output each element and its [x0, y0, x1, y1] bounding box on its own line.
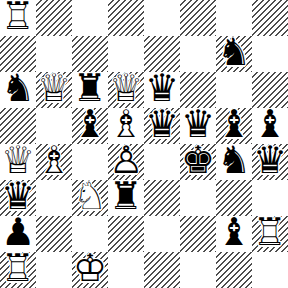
white-bishop-glyph: ♗ — [37, 141, 71, 179]
piece-white-queen: ♛♕ — [36, 72, 72, 108]
square-d5[interactable]: ♝♗ — [108, 108, 144, 144]
white-rook-glyph: ♖ — [1, 0, 35, 35]
piece-black-knight: ♞♞ — [0, 72, 36, 108]
piece-black-queen: ♛♛ — [180, 108, 216, 144]
square-f4[interactable]: ♚♚ — [180, 144, 216, 180]
square-e5[interactable]: ♛♛ — [144, 108, 180, 144]
black-knight-glyph: ♞ — [1, 69, 35, 107]
square-g1[interactable] — [216, 252, 252, 288]
chess-board: ♜♖♞♞♞♞♛♕♜♜♛♕♛♛♝♝♝♗♛♛♛♛♝♝♝♝♛♕♝♗♟♙♚♚♞♞♛♛♛♛… — [0, 0, 288, 288]
square-b3[interactable] — [36, 180, 72, 216]
white-queen-halo: ♛ — [37, 69, 71, 107]
black-bishop-glyph: ♝ — [73, 105, 107, 143]
square-d1[interactable] — [108, 252, 144, 288]
square-c1[interactable]: ♚♔ — [72, 252, 108, 288]
square-a5[interactable] — [0, 108, 36, 144]
piece-black-knight: ♞♞ — [216, 36, 252, 72]
black-bishop-halo: ♝ — [73, 105, 107, 143]
black-queen-halo: ♛ — [1, 177, 35, 215]
white-rook-halo: ♜ — [253, 213, 287, 251]
black-bishop-glyph: ♝ — [217, 213, 251, 251]
piece-white-queen: ♛♕ — [108, 72, 144, 108]
square-g8[interactable] — [216, 0, 252, 36]
white-bishop-glyph: ♗ — [109, 105, 143, 143]
piece-white-rook: ♜♖ — [0, 252, 36, 288]
square-c2[interactable] — [72, 216, 108, 252]
square-h5[interactable]: ♝♝ — [252, 108, 288, 144]
black-queen-glyph: ♛ — [1, 177, 35, 215]
square-a2[interactable]: ♟♟ — [0, 216, 36, 252]
white-knight-glyph: ♘ — [73, 177, 107, 215]
piece-black-bishop: ♝♝ — [252, 108, 288, 144]
white-pawn-halo: ♟ — [109, 141, 143, 179]
square-e8[interactable] — [144, 0, 180, 36]
piece-black-bishop: ♝♝ — [72, 108, 108, 144]
piece-black-queen: ♛♛ — [144, 108, 180, 144]
black-knight-glyph: ♞ — [217, 33, 251, 71]
square-f2[interactable] — [180, 216, 216, 252]
black-rook-glyph: ♜ — [109, 177, 143, 215]
square-c7[interactable] — [72, 36, 108, 72]
square-g5[interactable]: ♝♝ — [216, 108, 252, 144]
square-e3[interactable] — [144, 180, 180, 216]
piece-black-king: ♚♚ — [180, 144, 216, 180]
black-queen-glyph: ♛ — [145, 105, 179, 143]
square-c5[interactable]: ♝♝ — [72, 108, 108, 144]
square-a1[interactable]: ♜♖ — [0, 252, 36, 288]
square-f3[interactable] — [180, 180, 216, 216]
square-b8[interactable] — [36, 0, 72, 36]
black-knight-halo: ♞ — [1, 69, 35, 107]
black-queen-glyph: ♛ — [145, 69, 179, 107]
black-bishop-halo: ♝ — [253, 105, 287, 143]
square-a8[interactable]: ♜♖ — [0, 0, 36, 36]
square-b1[interactable] — [36, 252, 72, 288]
square-d2[interactable] — [108, 216, 144, 252]
square-b7[interactable] — [36, 36, 72, 72]
square-e4[interactable] — [144, 144, 180, 180]
square-d4[interactable]: ♟♙ — [108, 144, 144, 180]
white-king-halo: ♚ — [73, 249, 107, 287]
square-b4[interactable]: ♝♗ — [36, 144, 72, 180]
square-c4[interactable] — [72, 144, 108, 180]
black-rook-glyph: ♜ — [73, 69, 107, 107]
black-pawn-glyph: ♟ — [1, 213, 35, 251]
square-e1[interactable] — [144, 252, 180, 288]
black-queen-halo: ♛ — [145, 105, 179, 143]
piece-white-bishop: ♝♗ — [108, 108, 144, 144]
square-h3[interactable] — [252, 180, 288, 216]
square-f8[interactable] — [180, 0, 216, 36]
black-rook-halo: ♜ — [109, 177, 143, 215]
white-queen-glyph: ♕ — [109, 69, 143, 107]
square-h6[interactable] — [252, 72, 288, 108]
square-c8[interactable] — [72, 0, 108, 36]
black-knight-glyph: ♞ — [217, 141, 251, 179]
black-bishop-halo: ♝ — [217, 213, 251, 251]
white-queen-halo: ♛ — [1, 141, 35, 179]
white-rook-glyph: ♖ — [253, 213, 287, 251]
piece-white-rook: ♜♖ — [252, 216, 288, 252]
square-a4[interactable]: ♛♕ — [0, 144, 36, 180]
square-b2[interactable] — [36, 216, 72, 252]
square-b5[interactable] — [36, 108, 72, 144]
square-g7[interactable]: ♞♞ — [216, 36, 252, 72]
black-knight-halo: ♞ — [217, 141, 251, 179]
white-queen-halo: ♛ — [109, 69, 143, 107]
piece-black-queen: ♛♛ — [252, 144, 288, 180]
square-a7[interactable] — [0, 36, 36, 72]
black-king-glyph: ♚ — [181, 141, 215, 179]
piece-white-king: ♚♔ — [72, 252, 108, 288]
piece-black-bishop: ♝♝ — [216, 108, 252, 144]
piece-black-queen: ♛♛ — [0, 180, 36, 216]
square-e7[interactable] — [144, 36, 180, 72]
piece-white-knight: ♞♘ — [72, 180, 108, 216]
square-h4[interactable]: ♛♛ — [252, 144, 288, 180]
black-knight-halo: ♞ — [217, 33, 251, 71]
white-knight-halo: ♞ — [73, 177, 107, 215]
square-e6[interactable]: ♛♛ — [144, 72, 180, 108]
black-queen-glyph: ♛ — [181, 105, 215, 143]
piece-white-rook: ♜♖ — [0, 0, 36, 36]
square-h7[interactable] — [252, 36, 288, 72]
square-a3[interactable]: ♛♛ — [0, 180, 36, 216]
square-a6[interactable]: ♞♞ — [0, 72, 36, 108]
piece-black-bishop: ♝♝ — [216, 216, 252, 252]
square-h1[interactable] — [252, 252, 288, 288]
square-d8[interactable] — [108, 0, 144, 36]
piece-black-knight: ♞♞ — [216, 144, 252, 180]
square-f5[interactable]: ♛♛ — [180, 108, 216, 144]
square-b6[interactable]: ♛♕ — [36, 72, 72, 108]
square-g4[interactable]: ♞♞ — [216, 144, 252, 180]
black-queen-halo: ♛ — [181, 105, 215, 143]
square-d3[interactable]: ♜♜ — [108, 180, 144, 216]
square-c6[interactable]: ♜♜ — [72, 72, 108, 108]
square-h8[interactable] — [252, 0, 288, 36]
white-queen-glyph: ♕ — [37, 69, 71, 107]
piece-white-queen: ♛♕ — [0, 144, 36, 180]
piece-black-pawn: ♟♟ — [0, 216, 36, 252]
piece-white-pawn: ♟♙ — [108, 144, 144, 180]
square-g2[interactable]: ♝♝ — [216, 216, 252, 252]
black-rook-halo: ♜ — [73, 69, 107, 107]
white-rook-halo: ♜ — [1, 0, 35, 35]
square-h2[interactable]: ♜♖ — [252, 216, 288, 252]
white-rook-halo: ♜ — [1, 249, 35, 287]
black-pawn-halo: ♟ — [1, 213, 35, 251]
black-king-halo: ♚ — [181, 141, 215, 179]
square-g3[interactable] — [216, 180, 252, 216]
square-f7[interactable] — [180, 36, 216, 72]
white-pawn-glyph: ♙ — [109, 141, 143, 179]
square-f1[interactable] — [180, 252, 216, 288]
square-g6[interactable] — [216, 72, 252, 108]
square-d6[interactable]: ♛♕ — [108, 72, 144, 108]
black-bishop-halo: ♝ — [217, 105, 251, 143]
black-queen-halo: ♛ — [145, 69, 179, 107]
black-queen-glyph: ♛ — [253, 141, 287, 179]
white-queen-glyph: ♕ — [1, 141, 35, 179]
white-rook-glyph: ♖ — [1, 249, 35, 287]
square-c3[interactable]: ♞♘ — [72, 180, 108, 216]
black-bishop-glyph: ♝ — [253, 105, 287, 143]
square-d7[interactable] — [108, 36, 144, 72]
piece-black-queen: ♛♛ — [144, 72, 180, 108]
square-f6[interactable] — [180, 72, 216, 108]
piece-white-bishop: ♝♗ — [36, 144, 72, 180]
white-bishop-halo: ♝ — [109, 105, 143, 143]
piece-black-rook: ♜♜ — [108, 180, 144, 216]
black-bishop-glyph: ♝ — [217, 105, 251, 143]
black-queen-halo: ♛ — [253, 141, 287, 179]
piece-black-rook: ♜♜ — [72, 72, 108, 108]
square-e2[interactable] — [144, 216, 180, 252]
white-king-glyph: ♔ — [73, 249, 107, 287]
white-bishop-halo: ♝ — [37, 141, 71, 179]
